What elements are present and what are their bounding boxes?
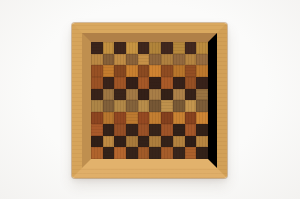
board-square[interactable] — [103, 89, 115, 101]
board-square[interactable] — [173, 100, 185, 112]
board-square[interactable] — [126, 124, 138, 136]
board-square[interactable] — [196, 100, 208, 112]
board-square[interactable] — [185, 89, 197, 101]
board-square[interactable] — [173, 124, 185, 136]
checkerboard — [91, 42, 208, 159]
board-square[interactable] — [91, 147, 103, 159]
board-square[interactable] — [91, 65, 103, 77]
board-square[interactable] — [103, 42, 115, 54]
board-square[interactable] — [114, 147, 126, 159]
board-square[interactable] — [138, 100, 150, 112]
board-frame-bevel — [82, 33, 217, 168]
board-square[interactable] — [126, 89, 138, 101]
board-square[interactable] — [149, 136, 161, 148]
board-square[interactable] — [196, 77, 208, 89]
board-square[interactable] — [103, 136, 115, 148]
board-square[interactable] — [91, 89, 103, 101]
board-square[interactable] — [114, 112, 126, 124]
board-square[interactable] — [149, 100, 161, 112]
board-square[interactable] — [173, 147, 185, 159]
board-square[interactable] — [103, 124, 115, 136]
board-square[interactable] — [114, 77, 126, 89]
board-square[interactable] — [196, 124, 208, 136]
board-square[interactable] — [138, 124, 150, 136]
board-square[interactable] — [114, 100, 126, 112]
board-square[interactable] — [196, 147, 208, 159]
board-square[interactable] — [173, 42, 185, 54]
photo-background — [0, 0, 300, 199]
board-square[interactable] — [138, 147, 150, 159]
board-square[interactable] — [149, 65, 161, 77]
board-square[interactable] — [126, 147, 138, 159]
board-square[interactable] — [91, 124, 103, 136]
board-square[interactable] — [185, 77, 197, 89]
board-square[interactable] — [138, 89, 150, 101]
board-square[interactable] — [173, 136, 185, 148]
board-square[interactable] — [173, 65, 185, 77]
board-square[interactable] — [126, 100, 138, 112]
board-square[interactable] — [91, 100, 103, 112]
board-square[interactable] — [114, 54, 126, 66]
board-square[interactable] — [138, 65, 150, 77]
board-square[interactable] — [126, 77, 138, 89]
board-square[interactable] — [138, 112, 150, 124]
board-square[interactable] — [149, 124, 161, 136]
board-square[interactable] — [138, 54, 150, 66]
board-square[interactable] — [126, 65, 138, 77]
board-square[interactable] — [196, 54, 208, 66]
board-square[interactable] — [91, 54, 103, 66]
board-square[interactable] — [161, 42, 173, 54]
board-square[interactable] — [196, 136, 208, 148]
board-square[interactable] — [114, 124, 126, 136]
board-square[interactable] — [149, 54, 161, 66]
board-square[interactable] — [126, 136, 138, 148]
board-square[interactable] — [138, 136, 150, 148]
board-square[interactable] — [161, 124, 173, 136]
board-square[interactable] — [149, 147, 161, 159]
board-square[interactable] — [103, 112, 115, 124]
board-square[interactable] — [103, 65, 115, 77]
board-square[interactable] — [103, 100, 115, 112]
board-square[interactable] — [185, 112, 197, 124]
board-square[interactable] — [103, 147, 115, 159]
board-square[interactable] — [196, 65, 208, 77]
board-square[interactable] — [91, 136, 103, 148]
board-square[interactable] — [138, 77, 150, 89]
board-square[interactable] — [196, 112, 208, 124]
board-square[interactable] — [149, 89, 161, 101]
board-square[interactable] — [185, 136, 197, 148]
board-square[interactable] — [161, 136, 173, 148]
board-square[interactable] — [173, 77, 185, 89]
board-square[interactable] — [114, 89, 126, 101]
board-square[interactable] — [161, 112, 173, 124]
board-square[interactable] — [173, 89, 185, 101]
board-square[interactable] — [126, 42, 138, 54]
board-square[interactable] — [185, 124, 197, 136]
board-square[interactable] — [185, 65, 197, 77]
board-square[interactable] — [114, 42, 126, 54]
board-square[interactable] — [173, 54, 185, 66]
board-square[interactable] — [161, 77, 173, 89]
board-square[interactable] — [91, 112, 103, 124]
board-square[interactable] — [173, 112, 185, 124]
board-square[interactable] — [114, 136, 126, 148]
board-square[interactable] — [103, 77, 115, 89]
board-square[interactable] — [161, 147, 173, 159]
board-square[interactable] — [149, 42, 161, 54]
board-square[interactable] — [149, 112, 161, 124]
board-square[interactable] — [126, 54, 138, 66]
board-square[interactable] — [185, 147, 197, 159]
board-frame — [72, 23, 227, 178]
board-square[interactable] — [91, 77, 103, 89]
board-square[interactable] — [161, 65, 173, 77]
board-square[interactable] — [114, 65, 126, 77]
board-square[interactable] — [103, 54, 115, 66]
board-square[interactable] — [185, 100, 197, 112]
board-square[interactable] — [196, 89, 208, 101]
board-square[interactable] — [161, 89, 173, 101]
board-square[interactable] — [91, 42, 103, 54]
board-square[interactable] — [185, 54, 197, 66]
board-square[interactable] — [185, 42, 197, 54]
board-square[interactable] — [161, 54, 173, 66]
board-square[interactable] — [149, 77, 161, 89]
board-square[interactable] — [196, 42, 208, 54]
board-square[interactable] — [126, 112, 138, 124]
board-square[interactable] — [161, 100, 173, 112]
board-square[interactable] — [138, 42, 150, 54]
